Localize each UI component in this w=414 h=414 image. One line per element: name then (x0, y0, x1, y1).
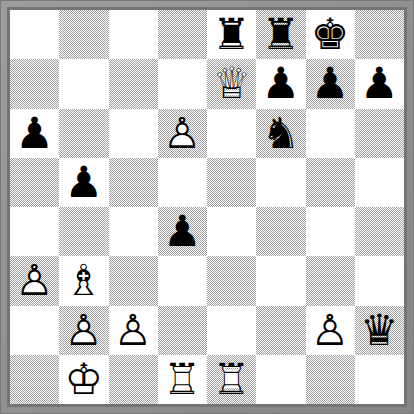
square-e5[interactable] (207, 158, 256, 207)
square-b2[interactable]: ♟♙ (59, 306, 108, 355)
chessboard: ♜♜♚♛♕♟♟♟♟♟♙♞♟♟♟♙♝♗♟♙♟♙♟♙♛♚♔♜♖♜♖ (7, 7, 407, 407)
square-c6[interactable] (109, 109, 158, 158)
square-h8[interactable] (355, 10, 404, 59)
square-h1[interactable] (355, 355, 404, 404)
black-knight: ♞ (256, 109, 305, 158)
black-queen: ♛ (355, 306, 404, 355)
square-e4[interactable] (207, 207, 256, 256)
square-d1[interactable]: ♜♖ (158, 355, 207, 404)
black-pawn: ♟ (158, 207, 207, 256)
white-rook: ♜♖ (207, 355, 256, 404)
square-e8[interactable]: ♜ (207, 10, 256, 59)
square-g8[interactable]: ♚ (306, 10, 355, 59)
square-b4[interactable] (59, 207, 108, 256)
black-rook: ♜ (207, 10, 256, 59)
square-b1[interactable]: ♚♔ (59, 355, 108, 404)
black-rook: ♜ (256, 10, 305, 59)
square-b7[interactable] (59, 59, 108, 108)
square-e3[interactable] (207, 256, 256, 305)
black-pawn: ♟ (59, 158, 108, 207)
square-d6[interactable]: ♟♙ (158, 109, 207, 158)
square-b6[interactable] (59, 109, 108, 158)
square-a1[interactable] (10, 355, 59, 404)
square-h4[interactable] (355, 207, 404, 256)
square-g2[interactable]: ♟♙ (306, 306, 355, 355)
black-pawn: ♟ (306, 59, 355, 108)
square-f8[interactable]: ♜ (256, 10, 305, 59)
square-f4[interactable] (256, 207, 305, 256)
square-e2[interactable] (207, 306, 256, 355)
square-d4[interactable]: ♟ (158, 207, 207, 256)
white-queen: ♛♕ (207, 59, 256, 108)
chess-diagram: ♜♜♚♛♕♟♟♟♟♟♙♞♟♟♟♙♝♗♟♙♟♙♟♙♛♚♔♜♖♜♖ (0, 0, 414, 414)
black-pawn: ♟ (355, 59, 404, 108)
square-g1[interactable] (306, 355, 355, 404)
square-a6[interactable]: ♟ (10, 109, 59, 158)
square-h7[interactable]: ♟ (355, 59, 404, 108)
square-c1[interactable] (109, 355, 158, 404)
square-f2[interactable] (256, 306, 305, 355)
square-e1[interactable]: ♜♖ (207, 355, 256, 404)
square-a2[interactable] (10, 306, 59, 355)
square-f3[interactable] (256, 256, 305, 305)
square-g6[interactable] (306, 109, 355, 158)
square-c8[interactable] (109, 10, 158, 59)
square-c2[interactable]: ♟♙ (109, 306, 158, 355)
square-g5[interactable] (306, 158, 355, 207)
square-b5[interactable]: ♟ (59, 158, 108, 207)
square-a5[interactable] (10, 158, 59, 207)
white-bishop: ♝♗ (59, 256, 108, 305)
square-h2[interactable]: ♛ (355, 306, 404, 355)
black-king: ♚ (306, 10, 355, 59)
square-a3[interactable]: ♟♙ (10, 256, 59, 305)
square-c4[interactable] (109, 207, 158, 256)
white-pawn: ♟♙ (109, 306, 158, 355)
square-e6[interactable] (207, 109, 256, 158)
black-pawn: ♟ (256, 59, 305, 108)
square-d3[interactable] (158, 256, 207, 305)
square-a4[interactable] (10, 207, 59, 256)
white-rook: ♜♖ (158, 355, 207, 404)
square-f5[interactable] (256, 158, 305, 207)
square-g7[interactable]: ♟ (306, 59, 355, 108)
square-h5[interactable] (355, 158, 404, 207)
square-c3[interactable] (109, 256, 158, 305)
square-b8[interactable] (59, 10, 108, 59)
square-f6[interactable]: ♞ (256, 109, 305, 158)
square-f7[interactable]: ♟ (256, 59, 305, 108)
square-b3[interactable]: ♝♗ (59, 256, 108, 305)
square-g4[interactable] (306, 207, 355, 256)
square-c7[interactable] (109, 59, 158, 108)
square-h3[interactable] (355, 256, 404, 305)
square-c5[interactable] (109, 158, 158, 207)
square-a7[interactable] (10, 59, 59, 108)
white-pawn: ♟♙ (10, 256, 59, 305)
square-d7[interactable] (158, 59, 207, 108)
white-pawn: ♟♙ (158, 109, 207, 158)
square-g3[interactable] (306, 256, 355, 305)
square-d2[interactable] (158, 306, 207, 355)
white-pawn: ♟♙ (59, 306, 108, 355)
white-king: ♚♔ (59, 355, 108, 404)
board-frame: ♜♜♚♛♕♟♟♟♟♟♙♞♟♟♟♙♝♗♟♙♟♙♟♙♛♚♔♜♖♜♖ (0, 0, 414, 414)
square-f1[interactable] (256, 355, 305, 404)
square-a8[interactable] (10, 10, 59, 59)
black-pawn: ♟ (10, 109, 59, 158)
square-d5[interactable] (158, 158, 207, 207)
square-e7[interactable]: ♛♕ (207, 59, 256, 108)
white-pawn: ♟♙ (306, 306, 355, 355)
square-d8[interactable] (158, 10, 207, 59)
square-h6[interactable] (355, 109, 404, 158)
